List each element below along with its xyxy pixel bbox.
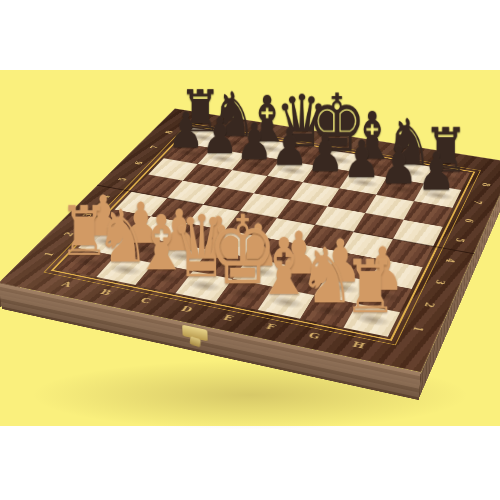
rank-label-left-6: 6 [130, 159, 147, 167]
file-label-c: C [136, 296, 156, 306]
file-label-h: H [349, 339, 369, 351]
piece-black-pawn-h7: ♟ [404, 146, 468, 199]
rank-label-right-4: 4 [441, 255, 458, 265]
rank-label-right-7: 7 [469, 198, 485, 206]
file-label-a: A [56, 279, 76, 289]
file-label-d: D [177, 304, 197, 315]
square-f6 [327, 188, 376, 212]
rank-label-right-1: 1 [408, 323, 427, 335]
background-bottom-band [0, 426, 500, 500]
file-label-b: B [96, 287, 116, 297]
file-label-g: G [304, 330, 324, 341]
square-h1: ♜ [344, 304, 401, 337]
piece-white-rook-h1: ♜ [333, 251, 408, 324]
rank-label-right-2: 2 [420, 299, 438, 310]
file-label-f: F [261, 321, 281, 332]
brass-latch [182, 325, 208, 342]
background-top-band [0, 0, 500, 70]
rank-label-right-5: 5 [451, 235, 467, 244]
rank-label-right-6: 6 [460, 216, 476, 225]
file-label-e: E [218, 313, 238, 324]
rank-label-left-5: 5 [114, 176, 131, 184]
rank-label-right-8: 8 [478, 181, 493, 189]
rank-label-right-3: 3 [431, 277, 448, 287]
